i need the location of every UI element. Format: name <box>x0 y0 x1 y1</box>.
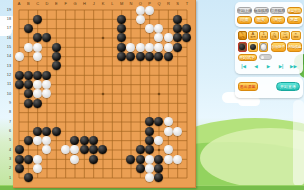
column-label: P <box>146 1 154 6</box>
pencil-tool-button[interactable]: ✎画笔 <box>238 31 248 40</box>
open-game-button[interactable]: 打开棋局 <box>270 7 285 15</box>
black-stone <box>117 43 126 52</box>
exit-class-button[interactable]: 退出课堂 <box>238 82 258 91</box>
column-label: H <box>80 1 88 6</box>
tools-panel: ✎画笔A字母1数字△三角□方块×清除自动提子清除棋盘开始试下|◀◀▶▶|▶▶ <box>235 29 303 74</box>
black-stone <box>80 136 89 145</box>
row-label: 3 <box>0 157 11 162</box>
row-label: 11 <box>0 82 11 87</box>
black-stone <box>52 52 61 61</box>
white-stone <box>136 43 145 52</box>
end-button[interactable]: 结束 <box>237 16 252 24</box>
row-label: 7 <box>0 120 11 125</box>
tool-label: 三角 <box>272 36 277 39</box>
row-label: 13 <box>0 64 11 69</box>
side-strip <box>293 100 304 186</box>
tool-label: 画笔 <box>240 36 245 39</box>
column-label: F <box>62 1 70 6</box>
column-label: S <box>174 1 182 6</box>
start-live-button[interactable]: 开始直播 <box>276 82 300 91</box>
white-stone-button[interactable] <box>259 42 269 52</box>
app-window: 19181716151413121110987654321 ABCDEFGHJK… <box>0 0 304 190</box>
black-stone <box>136 52 145 61</box>
black-stone <box>117 15 126 24</box>
column-label: M <box>118 1 126 6</box>
black-stone <box>136 164 145 173</box>
letter-tool-button[interactable]: A字母 <box>248 31 258 40</box>
white-stone <box>173 155 182 164</box>
media-prev-button[interactable]: ◀ <box>251 63 262 71</box>
black-stone-alt-button[interactable] <box>238 42 248 52</box>
row-label: 10 <box>0 92 11 97</box>
black-stone <box>33 99 42 108</box>
white-stone <box>164 155 173 164</box>
row-label: 9 <box>0 101 11 106</box>
classroom-interact-button[interactable]: 课堂互动 <box>287 7 302 15</box>
white-stone <box>145 155 154 164</box>
column-label: B <box>24 1 32 6</box>
column-label: D <box>43 1 51 6</box>
tool-label: 清除 <box>293 36 298 39</box>
black-stone-icon <box>250 44 256 50</box>
white-stone <box>136 6 145 15</box>
row-label: 19 <box>0 8 11 13</box>
black-stone <box>33 15 42 24</box>
media-last-button[interactable]: ▶▶ <box>288 63 299 71</box>
black-stone <box>24 99 33 108</box>
session-panel: 退出课堂 开始直播 <box>235 77 303 98</box>
white-stone-icon <box>260 43 268 51</box>
black-stone <box>89 155 98 164</box>
black-stone <box>33 127 42 136</box>
black-stone <box>52 127 61 136</box>
black-stone <box>24 24 33 33</box>
try-mode-toggle[interactable] <box>259 54 272 60</box>
black-stone <box>15 155 24 164</box>
row-label: 8 <box>0 110 11 115</box>
row-label: 4 <box>0 148 11 153</box>
number-tool-button[interactable]: 1数字 <box>259 31 269 40</box>
white-stone <box>145 6 154 15</box>
row-label: 5 <box>0 138 11 143</box>
media-play-button[interactable]: ▶ <box>263 63 274 71</box>
save-game-button[interactable]: 保存棋局 <box>254 7 269 15</box>
white-stone <box>164 43 173 52</box>
row-label: 6 <box>0 129 11 134</box>
white-stone <box>33 43 42 52</box>
white-stone <box>33 155 42 164</box>
black-stone <box>15 71 24 80</box>
column-label: E <box>52 1 60 6</box>
white-stone <box>15 52 24 61</box>
black-stone <box>173 43 182 52</box>
black-stone <box>15 164 24 173</box>
black-stone-icon <box>239 44 245 50</box>
row-label: 17 <box>0 26 11 31</box>
column-label: O <box>136 1 144 6</box>
column-label: J <box>90 1 98 6</box>
start-class-button[interactable]: 开始上课 <box>237 7 252 15</box>
column-label: K <box>99 1 107 6</box>
auto-capture-button[interactable]: 自动提子 <box>271 42 286 52</box>
white-stone <box>173 127 182 136</box>
black-stone <box>15 145 24 154</box>
class-controls-panel: 开始上课保存棋局打开棋局课堂互动结束教案演示复盘 <box>235 2 303 27</box>
column-label: G <box>71 1 79 6</box>
row-label: 15 <box>0 45 11 50</box>
white-stone <box>136 15 145 24</box>
demo-button[interactable]: 演示 <box>270 16 285 24</box>
row-label: 1 <box>0 176 11 181</box>
column-label: R <box>164 1 172 6</box>
black-stone <box>145 127 154 136</box>
black-stone <box>24 71 33 80</box>
white-stone <box>145 43 154 52</box>
row-label: 2 <box>0 166 11 171</box>
tool-label: 数字 <box>261 36 266 39</box>
row-label: 16 <box>0 36 11 41</box>
eraser-tool-button[interactable]: ×清除 <box>291 31 301 40</box>
media-first-button[interactable]: |◀ <box>238 63 249 71</box>
tool-label: 字母 <box>250 36 255 39</box>
column-label: Q <box>155 1 163 6</box>
black-stone <box>24 80 33 89</box>
review-button[interactable]: 复盘 <box>287 16 302 24</box>
column-label: L <box>108 1 116 6</box>
black-stone <box>24 136 33 145</box>
black-stone <box>136 155 145 164</box>
cloud <box>238 97 260 106</box>
column-label: T <box>183 1 191 6</box>
go-board[interactable]: ABCDEFGHJKLMNOPQRST <box>13 0 196 188</box>
clear-board-button[interactable]: 清除棋盘 <box>287 42 302 52</box>
column-label: C <box>34 1 42 6</box>
start-try-button[interactable]: 开始试下 <box>238 54 257 61</box>
black-stone-button[interactable] <box>248 42 258 52</box>
black-stone <box>173 15 182 24</box>
white-stone <box>24 43 33 52</box>
triangle-tool-button[interactable]: △三角 <box>270 31 280 40</box>
row-label: 12 <box>0 73 11 78</box>
square-tool-button[interactable]: □方块 <box>280 31 290 40</box>
toggle-knob <box>261 56 265 60</box>
black-stone <box>24 155 33 164</box>
black-stone <box>164 52 173 61</box>
column-label: N <box>127 1 135 6</box>
column-label: A <box>15 1 23 6</box>
row-label: 18 <box>0 17 11 22</box>
media-next-button[interactable]: ▶| <box>276 63 287 71</box>
lesson-button[interactable]: 教案 <box>254 16 269 24</box>
black-stone <box>52 43 61 52</box>
tool-label: 方块 <box>282 36 287 39</box>
black-stone <box>15 80 24 89</box>
black-stone <box>33 71 42 80</box>
row-label: 14 <box>0 54 11 59</box>
white-stone <box>164 127 173 136</box>
